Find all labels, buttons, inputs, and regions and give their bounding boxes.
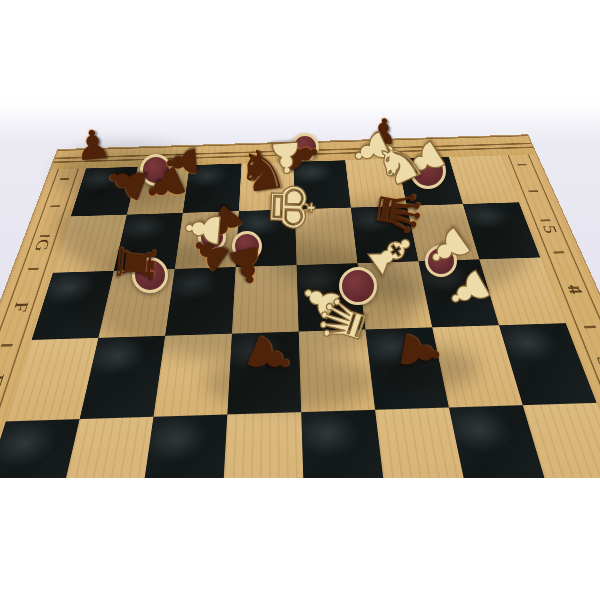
photo-stage: GFE 543 ♟♟♟♟♟♟♟♞♞♟♟♚♛♟♟♟♟♝♜♟♟♟♛♟♟ — [0, 0, 600, 478]
rail-tick — [28, 268, 39, 270]
rail-tick — [553, 251, 564, 253]
chess-piece-dark-rook[interactable]: ♜ — [108, 238, 162, 287]
square — [222, 412, 305, 478]
rail-tick — [584, 326, 596, 329]
rail-tick — [517, 164, 527, 166]
rail-tick — [15, 304, 27, 307]
chess-piece-dark-pawn[interactable]: ♟ — [391, 326, 448, 379]
rail-tick — [568, 286, 580, 289]
rail-tick — [1, 344, 13, 347]
chess-set-photo: { "game": "chess", "scene": { "descripti… — [0, 0, 600, 600]
file-label-F: F — [5, 294, 36, 321]
rank-label-3: 3 — [587, 347, 600, 379]
file-label-E: E — [0, 365, 12, 397]
square — [301, 410, 387, 478]
rail-tick — [39, 235, 49, 237]
rail-tick — [50, 205, 60, 207]
rail-tick — [540, 219, 551, 221]
rail-tick — [528, 190, 538, 192]
square — [139, 414, 227, 478]
chess-piece-light-king[interactable]: ♚ — [261, 179, 323, 235]
